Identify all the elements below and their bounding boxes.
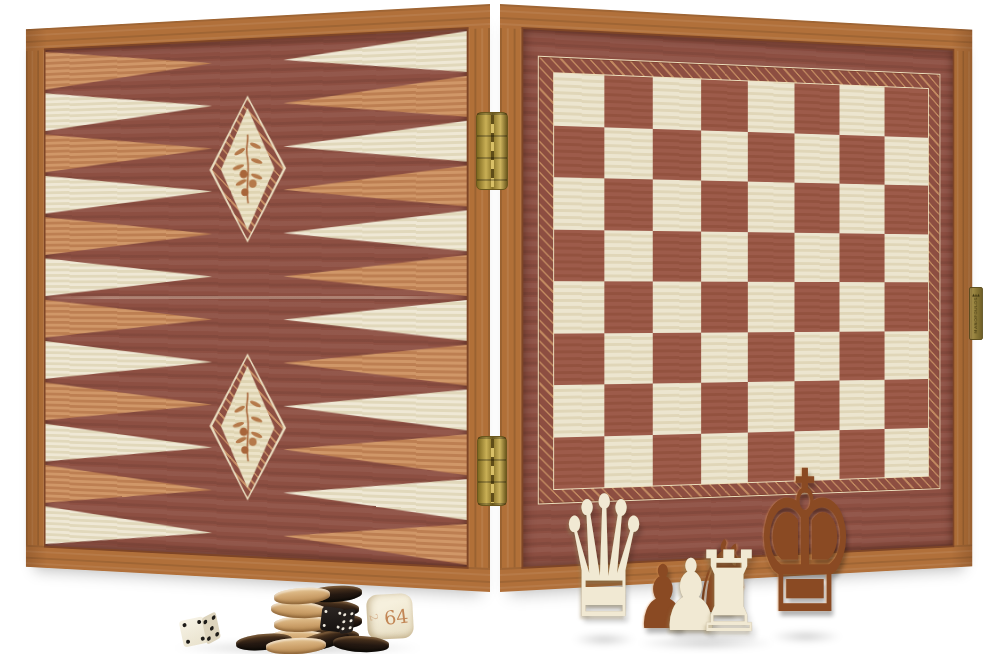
- chess-square: [884, 379, 928, 428]
- black-die: [320, 606, 356, 634]
- chess-square: [748, 131, 794, 182]
- backgammon-point-cream: [46, 257, 213, 296]
- chess-square: [794, 380, 839, 430]
- chess-square: [554, 333, 604, 385]
- backgammon-board: [46, 29, 467, 567]
- backgammon-point-tan: [46, 215, 213, 255]
- medallion-olive-branch: [221, 107, 274, 231]
- chess-square: [748, 81, 794, 133]
- medallion-olive-branch: [221, 365, 274, 489]
- chess-square: [884, 185, 928, 234]
- chess-square: [554, 177, 604, 230]
- chess-square: [748, 332, 794, 382]
- chess-square: [653, 77, 701, 130]
- brown-king-piece: ♚: [752, 453, 857, 633]
- chess-square: [884, 331, 928, 380]
- backgammon-point-cream: [283, 300, 466, 341]
- chess-square: [604, 178, 653, 230]
- backgammon-panel: [26, 4, 490, 592]
- backgammon-point-tan: [283, 430, 466, 475]
- chess-square: [794, 83, 839, 134]
- chess-square: [701, 231, 748, 282]
- chess-square: [884, 427, 928, 477]
- brass-hinge-bottom: [477, 436, 507, 506]
- chess-square: [839, 134, 884, 184]
- backgammon-point-tan: [283, 255, 466, 296]
- chess-square: [554, 73, 604, 127]
- chess-square: [653, 383, 701, 435]
- chess-square: [701, 130, 748, 182]
- chess-square: [701, 282, 748, 333]
- chess-square: [748, 232, 794, 282]
- wooden-chess-backgammon-set-photo: ▲▲▲ MANOPOULOS ♛ ♟ ♟ ♞ ♜ ♚ 64: [0, 0, 1000, 654]
- chess-square: [653, 281, 701, 332]
- backgammon-point-cream: [283, 210, 466, 252]
- chess-square: [839, 233, 884, 282]
- chess-square: [701, 432, 748, 484]
- chess-square: [839, 380, 884, 430]
- chess-square: [884, 282, 928, 331]
- chess-square: [701, 382, 748, 433]
- doubling-cube: 64 2: [366, 593, 414, 640]
- chess-square: [884, 136, 928, 186]
- backgammon-point-cream: [283, 31, 466, 80]
- chess-square: [653, 433, 701, 485]
- chess-square: [701, 332, 748, 383]
- chess-square: [604, 281, 653, 332]
- chess-square: [884, 87, 928, 137]
- chess-square: [653, 332, 701, 383]
- chess-square: [794, 183, 839, 233]
- backgammon-point-tan: [46, 382, 213, 424]
- chess-square: [748, 282, 794, 332]
- chess-square: [604, 230, 653, 282]
- chess-square: [604, 332, 653, 384]
- backgammon-point-tan: [46, 44, 213, 90]
- chess-square: [748, 381, 794, 432]
- light-checker: [274, 586, 331, 606]
- frame-left-shading: [26, 28, 47, 568]
- chess-square: [748, 182, 794, 233]
- chess-square: [839, 184, 884, 234]
- backgammon-point-cream: [46, 172, 213, 214]
- backgammon-point-tan: [283, 76, 466, 123]
- chess-square: [794, 282, 839, 332]
- chess-square: [794, 133, 839, 184]
- backgammon-point-cream: [46, 424, 213, 467]
- backgammon-point-cream: [283, 473, 466, 520]
- chess-square: [794, 232, 839, 282]
- backgammon-point-tan: [283, 166, 466, 210]
- board-center-seam: [46, 296, 467, 299]
- chess-square: [604, 75, 653, 128]
- chess-square: [604, 127, 653, 180]
- chess-square: [604, 384, 653, 436]
- backgammon-point-tan: [46, 129, 213, 172]
- chess-square: [701, 181, 748, 232]
- bar-medallion-bottom: [210, 353, 287, 502]
- frame-right-shading: [951, 28, 972, 567]
- doubling-cube-side-value: 2: [366, 612, 380, 622]
- backgammon-point-tan: [46, 465, 213, 509]
- backgammon-point-cream: [46, 341, 213, 381]
- chess-square: [839, 282, 884, 331]
- white-rook-piece: ♜: [693, 541, 765, 644]
- chess-square: [701, 79, 748, 131]
- chess-square: [554, 229, 604, 281]
- doubling-cube-value: 64: [383, 604, 410, 629]
- brand-tab-label: MANOPOULOS: [974, 297, 978, 333]
- backgammon-point-cream: [283, 386, 466, 430]
- chess-square: [653, 230, 701, 281]
- chess-square: [839, 85, 884, 136]
- chess-square: [884, 233, 928, 282]
- bar-medallion-top: [210, 94, 287, 243]
- chess-square: [839, 331, 884, 380]
- backgammon-point-tan: [283, 343, 466, 385]
- chess-square: [653, 128, 701, 180]
- chess-square: [794, 331, 839, 381]
- chess-board: [554, 73, 928, 489]
- laurel-border: [538, 56, 941, 505]
- backgammon-point-cream: [46, 86, 213, 130]
- chess-square: [653, 179, 701, 231]
- brass-hinge-top: [476, 112, 508, 190]
- backgammon-point-cream: [283, 121, 466, 166]
- chess-square: [554, 281, 604, 333]
- backgammon-point-tan: [46, 300, 213, 339]
- chess-square: [554, 125, 604, 178]
- chess-square: [554, 384, 604, 437]
- backgammon-point-cream: [46, 506, 213, 552]
